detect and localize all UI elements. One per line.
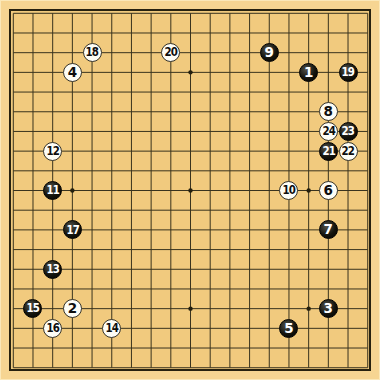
move-number: 7 <box>324 223 333 237</box>
move-number: 22 <box>342 144 355 157</box>
move-number: 12 <box>46 144 59 157</box>
stone-move-20-white: 20 <box>161 43 180 62</box>
move-number: 10 <box>283 184 296 197</box>
stone-move-16-white: 16 <box>43 319 62 338</box>
move-number: 20 <box>164 46 177 59</box>
move-number: 17 <box>66 223 79 236</box>
move-number: 21 <box>322 144 335 157</box>
stone-move-22-white: 22 <box>339 142 358 161</box>
move-number: 24 <box>322 125 335 138</box>
move-number: 2 <box>68 301 77 315</box>
board-intersections[interactable]: 123456789101112131415161718192021222324 <box>3 3 377 377</box>
stone-move-9-black: 9 <box>260 43 279 62</box>
stone-move-3-black: 3 <box>319 299 338 318</box>
move-number: 11 <box>46 184 59 197</box>
stone-move-11-black: 11 <box>43 181 62 200</box>
move-number: 4 <box>68 65 77 79</box>
stone-move-24-white: 24 <box>319 122 338 141</box>
stone-move-19-black: 19 <box>339 63 358 82</box>
stone-move-17-black: 17 <box>63 220 82 239</box>
stone-move-12-white: 12 <box>43 142 62 161</box>
move-number: 15 <box>27 302 40 315</box>
stone-move-21-black: 21 <box>319 142 338 161</box>
move-number: 9 <box>265 45 274 59</box>
stone-move-7-black: 7 <box>319 220 338 239</box>
move-number: 23 <box>342 125 355 138</box>
stone-move-4-white: 4 <box>63 63 82 82</box>
move-number: 16 <box>46 322 59 335</box>
stone-move-23-black: 23 <box>339 122 358 141</box>
move-number: 1 <box>304 65 313 79</box>
move-number: 3 <box>324 301 333 315</box>
stone-move-13-black: 13 <box>43 260 62 279</box>
stone-move-14-white: 14 <box>102 319 121 338</box>
move-number: 18 <box>86 46 99 59</box>
stone-move-6-white: 6 <box>319 181 338 200</box>
move-number: 19 <box>342 66 355 79</box>
stone-move-5-black: 5 <box>279 319 298 338</box>
move-number: 6 <box>324 183 333 197</box>
stone-move-18-white: 18 <box>83 43 102 62</box>
stone-move-1-black: 1 <box>299 63 318 82</box>
move-number: 8 <box>324 104 333 118</box>
stone-move-8-white: 8 <box>319 102 338 121</box>
stone-move-2-white: 2 <box>63 299 82 318</box>
stone-move-15-black: 15 <box>23 299 42 318</box>
go-board-diagram: 123456789101112131415161718192021222324 <box>0 0 380 380</box>
move-number: 5 <box>284 321 293 335</box>
move-number: 13 <box>46 263 59 276</box>
stone-move-10-white: 10 <box>279 181 298 200</box>
move-number: 14 <box>105 322 118 335</box>
